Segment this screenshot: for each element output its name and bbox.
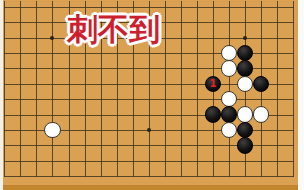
star-point [243,36,247,40]
black-stone [237,122,254,139]
black-stone [237,60,254,77]
black-stone [253,76,270,93]
black-stone: 1 [205,76,222,93]
video-frame: 1 刺不到 [0,0,304,190]
black-stone [221,106,238,123]
black-stone [205,106,222,123]
right-background-strip [298,0,304,190]
white-stone [221,91,238,108]
white-stone [44,122,61,139]
white-stone [221,122,238,139]
black-stone [237,137,254,154]
caption-title: 刺不到 [67,14,160,47]
white-stone [237,76,254,93]
move-number-label: 1 [209,79,216,89]
left-background-strip [0,0,3,190]
white-stone [237,106,254,123]
white-stone [221,45,238,62]
white-stone [253,106,270,123]
star-point [147,128,151,132]
board-bottom-edge [0,185,304,190]
star-point [50,36,54,40]
white-stone [221,60,238,77]
black-stone [237,45,254,62]
